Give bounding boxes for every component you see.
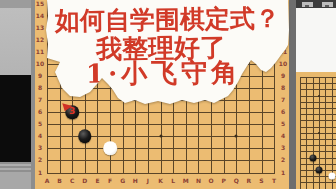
row-label-right-5: 5 xyxy=(281,121,285,127)
grid-hline xyxy=(300,139,336,140)
grid-hline xyxy=(300,89,336,90)
row-label-left-15: 15 xyxy=(36,1,44,7)
col-label-B: B xyxy=(57,178,62,184)
stone-white-F3 xyxy=(103,142,117,156)
row-label-right-4: 4 xyxy=(281,133,285,139)
col-label-J: J xyxy=(147,178,149,184)
stone-black-D4 xyxy=(78,130,92,144)
col-label-N: N xyxy=(196,178,201,184)
col-label-L: L xyxy=(171,178,175,184)
grid-hline xyxy=(300,120,336,121)
grid-hline xyxy=(300,102,336,103)
col-label-E: E xyxy=(95,178,99,184)
col-label-P: P xyxy=(221,178,225,184)
col-label-F: F xyxy=(108,178,112,184)
grid-hline xyxy=(300,114,336,115)
col-label-M: M xyxy=(183,178,189,184)
left-letterbox-dark-panel xyxy=(0,75,31,164)
row-label-right-2: 2 xyxy=(281,157,285,163)
col-label-H: H xyxy=(133,178,138,184)
row-label-right-6: 6 xyxy=(281,109,285,115)
row-label-left-8: 8 xyxy=(38,85,42,91)
grid-hline xyxy=(300,151,336,152)
row-label-left-11: 11 xyxy=(36,49,44,55)
title-line-1: 如何自学围棋定式？ xyxy=(55,5,280,35)
col-label-K: K xyxy=(158,178,163,184)
title-line-3: 1·小飞守角 xyxy=(86,58,241,88)
grid-hline xyxy=(47,124,275,125)
right-divider-strip xyxy=(289,0,296,189)
left-letterbox-bottom-band xyxy=(0,172,35,189)
row-label-left-1: 1 xyxy=(38,170,42,176)
row-label-left-9: 9 xyxy=(38,73,42,79)
row-label-left-13: 13 xyxy=(36,25,44,31)
torn-paper-background: 如何自学围棋定式？ 我整理好了 1·小飞守角 xyxy=(44,0,290,106)
grid-hline xyxy=(300,164,336,165)
grid-hline xyxy=(300,83,336,84)
grid-hline xyxy=(300,182,336,183)
col-label-O: O xyxy=(208,178,213,184)
star-point-Q4 xyxy=(235,135,238,138)
grid-hline xyxy=(300,108,336,109)
row-label-left-10: 10 xyxy=(36,61,44,67)
row-label-left-12: 12 xyxy=(36,37,44,43)
col-label-D: D xyxy=(82,178,87,184)
grid-hline xyxy=(300,158,336,159)
row-label-left-14: 14 xyxy=(36,13,44,19)
row-label-left-2: 2 xyxy=(38,157,42,163)
left-letterbox-stripe-texture xyxy=(0,162,35,172)
grid-hline xyxy=(300,145,336,146)
grid-hline xyxy=(47,148,275,149)
row-label-left-7: 7 xyxy=(38,97,42,103)
grid-hline xyxy=(47,160,275,161)
toolbar-glyph xyxy=(325,5,329,7)
left-letterbox-top-band xyxy=(0,0,35,8)
row-label-right-3: 3 xyxy=(281,145,285,151)
stone-white-F3 xyxy=(328,173,335,180)
grid-hline xyxy=(300,77,336,78)
col-label-C: C xyxy=(70,178,74,184)
star-point-D16 xyxy=(318,95,320,97)
col-label-G: G xyxy=(120,178,125,184)
toolbar-segment-2[interactable] xyxy=(322,2,333,7)
row-label-left-6: 6 xyxy=(38,109,42,115)
grid-hline xyxy=(300,127,336,128)
stone-black-D4 xyxy=(315,167,322,174)
move-number-label: 3 xyxy=(69,108,75,117)
star-point-K4 xyxy=(159,135,162,138)
col-label-S: S xyxy=(259,178,263,184)
title-banner: 如何自学围棋定式？ 我整理好了 1·小飞守角 xyxy=(44,0,290,106)
grid-hline xyxy=(47,112,275,113)
col-label-R: R xyxy=(247,178,252,184)
toolbar-segment-1[interactable] xyxy=(302,2,313,7)
go-board-thumbnail[interactable] xyxy=(296,72,336,189)
toolbar-glyph xyxy=(305,5,309,7)
grid-hline xyxy=(47,173,275,174)
stone-black-C6 xyxy=(309,154,316,161)
row-label-left-3: 3 xyxy=(38,145,42,151)
col-label-Q: Q xyxy=(234,178,239,184)
col-label-A: A xyxy=(45,178,50,184)
star-point-D10 xyxy=(318,132,320,134)
col-label-T: T xyxy=(272,178,276,184)
row-label-left-5: 5 xyxy=(38,121,42,127)
row-label-right-1: 1 xyxy=(281,170,285,176)
row-label-left-4: 4 xyxy=(38,133,42,139)
